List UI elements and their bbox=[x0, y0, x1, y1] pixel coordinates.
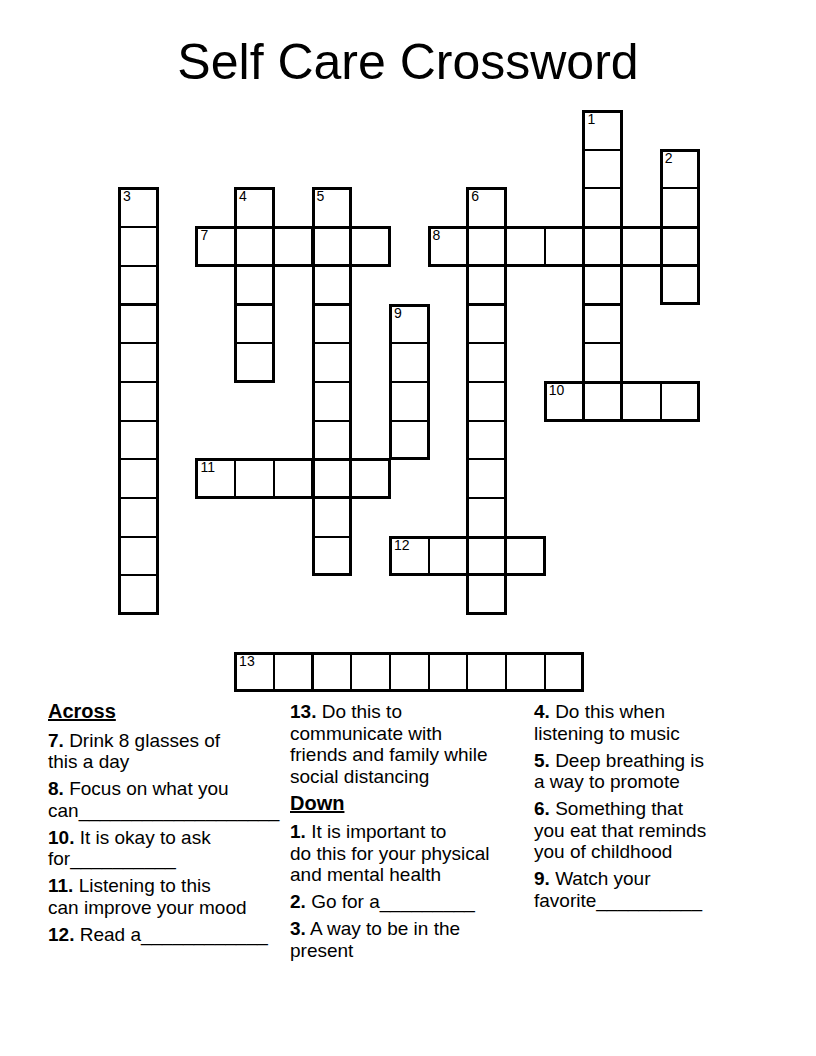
grid-cell[interactable] bbox=[660, 381, 701, 422]
cell-number: 11 bbox=[200, 460, 215, 475]
grid-cell[interactable] bbox=[582, 342, 623, 383]
grid-cell[interactable] bbox=[312, 652, 353, 693]
cell-number: 9 bbox=[394, 306, 402, 321]
across-header: Across bbox=[48, 701, 287, 723]
down-clue-2: 2. Go for a_________ bbox=[290, 891, 531, 913]
clue-column-1: Across7. Drink 8 glasses ofthis a day8. … bbox=[48, 701, 287, 951]
grid-cell[interactable] bbox=[350, 652, 391, 693]
grid-cell[interactable] bbox=[466, 304, 507, 345]
grid-cell[interactable] bbox=[428, 536, 469, 577]
grid-cell[interactable] bbox=[350, 458, 391, 499]
across-clue-7: 7. Drink 8 glasses ofthis a day bbox=[48, 730, 287, 773]
clue-number: 8. bbox=[48, 778, 64, 799]
cell-number: 6 bbox=[471, 189, 479, 204]
grid-cell[interactable] bbox=[350, 226, 391, 267]
grid-cell[interactable] bbox=[118, 536, 159, 577]
grid-cell[interactable] bbox=[234, 226, 275, 267]
crossword-page: Self Care Crossword 12345678910111213 Ac… bbox=[0, 0, 816, 1056]
down-clue-4: 4. Do this whenlistening to music bbox=[534, 701, 770, 744]
cell-number: 7 bbox=[200, 228, 208, 243]
grid-cell[interactable] bbox=[312, 304, 353, 345]
grid-cell[interactable] bbox=[118, 342, 159, 383]
grid-cell[interactable]: 12 bbox=[389, 536, 430, 577]
clue-number: 11. bbox=[48, 875, 73, 896]
grid-cell[interactable] bbox=[660, 187, 701, 228]
grid-cell[interactable] bbox=[621, 226, 662, 267]
clue-number: 6. bbox=[534, 798, 550, 819]
grid-cell[interactable]: 8 bbox=[428, 226, 469, 267]
grid-cell[interactable] bbox=[428, 652, 469, 693]
clue-number: 13. bbox=[290, 701, 316, 722]
grid-cell[interactable] bbox=[118, 458, 159, 499]
grid-cell[interactable] bbox=[312, 536, 353, 577]
cell-number: 5 bbox=[317, 189, 325, 204]
clue-number: 4. bbox=[534, 701, 550, 722]
grid-cell[interactable] bbox=[312, 497, 353, 538]
grid-cell[interactable] bbox=[660, 226, 701, 267]
grid-cell[interactable]: 3 bbox=[118, 187, 159, 228]
cell-number: 3 bbox=[123, 189, 131, 204]
grid-cell[interactable] bbox=[118, 420, 159, 461]
grid-cell[interactable] bbox=[389, 652, 430, 693]
clue-number: 3. bbox=[290, 918, 306, 939]
grid-cell[interactable] bbox=[389, 420, 430, 461]
grid-cell[interactable] bbox=[273, 226, 314, 267]
down-clue-9: 9. Watch yourfavorite__________ bbox=[534, 868, 770, 911]
grid-cell[interactable] bbox=[312, 226, 353, 267]
grid-cell[interactable]: 11 bbox=[195, 458, 236, 499]
grid-cell[interactable] bbox=[466, 342, 507, 383]
grid-cell[interactable] bbox=[466, 652, 507, 693]
grid-cell[interactable]: 9 bbox=[389, 304, 430, 345]
grid-cell[interactable] bbox=[466, 381, 507, 422]
clue-number: 12. bbox=[48, 924, 74, 945]
down-clue-3: 3. A way to be in thepresent bbox=[290, 918, 531, 961]
grid-cell[interactable] bbox=[312, 381, 353, 422]
grid-cell[interactable]: 4 bbox=[234, 187, 275, 228]
grid-cell[interactable] bbox=[234, 265, 275, 306]
grid-cell[interactable] bbox=[505, 652, 546, 693]
grid-cell[interactable] bbox=[118, 574, 159, 615]
grid-cell[interactable] bbox=[505, 536, 546, 577]
across-clue-10: 10. It is okay to askfor__________ bbox=[48, 827, 287, 870]
down-header: Down bbox=[290, 793, 531, 815]
grid-cell[interactable] bbox=[466, 536, 507, 577]
clue-number: 9. bbox=[534, 868, 550, 889]
grid-cell[interactable]: 2 bbox=[660, 149, 701, 190]
clue-column-3: 4. Do this whenlistening to music5. Deep… bbox=[534, 701, 770, 917]
grid-cell[interactable] bbox=[582, 381, 623, 422]
grid-cell[interactable] bbox=[118, 497, 159, 538]
grid-cell[interactable] bbox=[312, 420, 353, 461]
grid-cell[interactable]: 7 bbox=[195, 226, 236, 267]
cell-number: 12 bbox=[394, 538, 410, 553]
grid-cell[interactable] bbox=[466, 497, 507, 538]
grid-cell[interactable] bbox=[582, 187, 623, 228]
across-clue-11: 11. Listening to thiscan improve your mo… bbox=[48, 875, 287, 918]
grid-cell[interactable] bbox=[466, 420, 507, 461]
clue-number: 5. bbox=[534, 750, 550, 771]
grid-cell[interactable] bbox=[389, 381, 430, 422]
across-clue-13: 13. Do this tocommunicate withfriends an… bbox=[290, 701, 531, 787]
grid-cell[interactable] bbox=[273, 458, 314, 499]
grid-cell[interactable] bbox=[466, 458, 507, 499]
page-title: Self Care Crossword bbox=[0, 34, 816, 90]
across-clue-12: 12. Read a____________ bbox=[48, 924, 287, 946]
grid-cell[interactable] bbox=[466, 226, 507, 267]
crossword-grid: 12345678910111213 bbox=[118, 110, 701, 693]
grid-cell[interactable] bbox=[544, 652, 585, 693]
grid-cell[interactable] bbox=[273, 652, 314, 693]
clue-number: 1. bbox=[290, 821, 306, 842]
grid-cell[interactable] bbox=[118, 381, 159, 422]
grid-cell[interactable] bbox=[234, 342, 275, 383]
grid-cell[interactable] bbox=[505, 226, 546, 267]
grid-cell[interactable]: 6 bbox=[466, 187, 507, 228]
grid-cell[interactable] bbox=[234, 458, 275, 499]
grid-cell[interactable] bbox=[544, 226, 585, 267]
grid-cell[interactable] bbox=[660, 265, 701, 306]
cell-number: 10 bbox=[549, 383, 565, 398]
across-clue-8: 8. Focus on what youcan_________________… bbox=[48, 778, 287, 821]
grid-cell[interactable] bbox=[582, 304, 623, 345]
grid-cell[interactable] bbox=[312, 342, 353, 383]
grid-cell[interactable] bbox=[234, 304, 275, 345]
clue-number: 2. bbox=[290, 891, 306, 912]
clue-column-2: 13. Do this tocommunicate withfriends an… bbox=[290, 701, 531, 967]
down-clue-6: 6. Something thatyou eat that remindsyou… bbox=[534, 798, 770, 863]
grid-cell[interactable] bbox=[621, 381, 662, 422]
grid-cell[interactable] bbox=[312, 265, 353, 306]
cell-number: 2 bbox=[665, 151, 673, 166]
grid-cell[interactable]: 10 bbox=[544, 381, 585, 422]
cell-number: 1 bbox=[587, 112, 595, 127]
grid-cell[interactable] bbox=[118, 265, 159, 306]
grid-cell[interactable] bbox=[582, 149, 623, 190]
grid-cell[interactable] bbox=[312, 458, 353, 499]
grid-cell[interactable] bbox=[466, 265, 507, 306]
cell-number: 8 bbox=[433, 228, 441, 243]
grid-cell[interactable] bbox=[466, 574, 507, 615]
grid-cell[interactable]: 1 bbox=[582, 110, 623, 151]
down-clue-1: 1. It is important todo this for your ph… bbox=[290, 821, 531, 886]
clue-number: 7. bbox=[48, 730, 64, 751]
grid-cell[interactable] bbox=[582, 226, 623, 267]
cell-number: 4 bbox=[239, 189, 247, 204]
clue-number: 10. bbox=[48, 827, 74, 848]
down-clue-5: 5. Deep breathing isa way to promote bbox=[534, 750, 770, 793]
cell-number: 13 bbox=[239, 654, 255, 669]
grid-cell[interactable]: 13 bbox=[234, 652, 275, 693]
grid-cell[interactable] bbox=[582, 265, 623, 306]
grid-cell[interactable] bbox=[118, 304, 159, 345]
grid-cell[interactable]: 5 bbox=[312, 187, 353, 228]
grid-cell[interactable] bbox=[389, 342, 430, 383]
